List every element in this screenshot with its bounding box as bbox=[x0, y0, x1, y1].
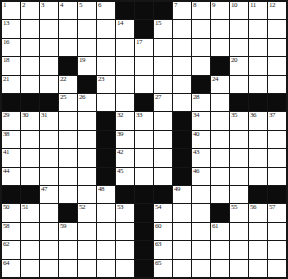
white-cell[interactable] bbox=[173, 94, 191, 111]
white-cell[interactable]: 13 bbox=[2, 20, 20, 37]
white-cell[interactable] bbox=[173, 39, 191, 56]
white-cell[interactable] bbox=[211, 112, 229, 129]
clue-number: 8 bbox=[193, 2, 196, 9]
white-cell[interactable] bbox=[21, 149, 39, 166]
white-cell[interactable] bbox=[192, 20, 210, 37]
black-cell bbox=[173, 149, 191, 166]
clue-number: 44 bbox=[3, 168, 9, 175]
white-cell[interactable]: 39 bbox=[116, 131, 134, 148]
white-cell[interactable]: 10 bbox=[230, 2, 248, 19]
white-cell[interactable] bbox=[59, 131, 77, 148]
white-cell[interactable] bbox=[116, 57, 134, 74]
white-cell[interactable] bbox=[249, 57, 267, 74]
black-cell bbox=[135, 20, 153, 37]
black-cell bbox=[135, 2, 153, 19]
clue-number: 34 bbox=[193, 112, 199, 119]
white-cell[interactable] bbox=[40, 131, 58, 148]
white-cell[interactable] bbox=[249, 168, 267, 185]
white-cell[interactable]: 38 bbox=[2, 131, 20, 148]
clue-number: 18 bbox=[3, 57, 9, 64]
black-cell bbox=[135, 223, 153, 240]
white-cell[interactable] bbox=[78, 131, 96, 148]
white-cell[interactable]: 37 bbox=[268, 112, 286, 129]
white-cell[interactable] bbox=[97, 39, 115, 56]
white-cell[interactable] bbox=[97, 204, 115, 221]
white-cell[interactable] bbox=[40, 39, 58, 56]
white-cell[interactable]: 50 bbox=[2, 204, 20, 221]
clue-number: 30 bbox=[22, 112, 28, 119]
white-cell[interactable]: 34 bbox=[192, 112, 210, 129]
white-cell[interactable]: 41 bbox=[2, 149, 20, 166]
clue-number: 42 bbox=[117, 149, 123, 156]
white-cell[interactable]: 44 bbox=[2, 168, 20, 185]
white-cell[interactable] bbox=[116, 260, 134, 277]
white-cell[interactable]: 53 bbox=[116, 204, 134, 221]
white-cell[interactable] bbox=[192, 186, 210, 203]
white-cell[interactable]: 8 bbox=[192, 2, 210, 19]
white-cell[interactable] bbox=[154, 168, 172, 185]
white-cell[interactable] bbox=[268, 168, 286, 185]
white-cell[interactable]: 45 bbox=[116, 168, 134, 185]
clue-number: 21 bbox=[3, 76, 9, 83]
white-cell[interactable] bbox=[230, 20, 248, 37]
clue-number: 6 bbox=[98, 2, 101, 9]
white-cell[interactable] bbox=[78, 168, 96, 185]
white-cell[interactable] bbox=[268, 39, 286, 56]
white-cell[interactable] bbox=[249, 131, 267, 148]
white-cell[interactable] bbox=[21, 241, 39, 258]
clue-number: 58 bbox=[3, 223, 9, 230]
black-cell bbox=[211, 57, 229, 74]
white-cell[interactable] bbox=[173, 204, 191, 221]
white-cell[interactable]: 58 bbox=[2, 223, 20, 240]
white-cell[interactable]: 9 bbox=[211, 2, 229, 19]
white-cell[interactable] bbox=[192, 57, 210, 74]
white-cell[interactable] bbox=[249, 39, 267, 56]
white-cell[interactable]: 23 bbox=[97, 76, 115, 93]
white-cell[interactable] bbox=[249, 20, 267, 37]
white-cell[interactable] bbox=[40, 223, 58, 240]
white-cell[interactable] bbox=[21, 131, 39, 148]
white-cell[interactable] bbox=[59, 39, 77, 56]
clue-number: 4 bbox=[60, 2, 63, 9]
white-cell[interactable] bbox=[40, 260, 58, 277]
white-cell[interactable]: 12 bbox=[268, 2, 286, 19]
white-cell[interactable] bbox=[135, 57, 153, 74]
white-cell[interactable] bbox=[154, 149, 172, 166]
clue-number: 40 bbox=[193, 131, 199, 138]
clue-number: 50 bbox=[3, 204, 9, 211]
white-cell[interactable] bbox=[40, 57, 58, 74]
clue-number: 56 bbox=[250, 204, 256, 211]
white-cell[interactable] bbox=[59, 149, 77, 166]
clue-number: 17 bbox=[136, 39, 142, 46]
white-cell[interactable] bbox=[268, 241, 286, 258]
clue-number: 7 bbox=[174, 2, 177, 9]
white-cell[interactable] bbox=[21, 76, 39, 93]
white-cell[interactable]: 19 bbox=[78, 57, 96, 74]
white-cell[interactable]: 61 bbox=[211, 223, 229, 240]
white-cell[interactable] bbox=[97, 20, 115, 37]
white-cell[interactable] bbox=[59, 241, 77, 258]
white-cell[interactable] bbox=[40, 204, 58, 221]
white-cell[interactable]: 30 bbox=[21, 112, 39, 129]
black-cell bbox=[97, 168, 115, 185]
black-cell bbox=[116, 2, 134, 19]
white-cell[interactable]: 40 bbox=[192, 131, 210, 148]
white-cell[interactable]: 46 bbox=[192, 168, 210, 185]
white-cell[interactable]: 17 bbox=[135, 39, 153, 56]
white-cell[interactable] bbox=[154, 112, 172, 129]
white-cell[interactable]: 20 bbox=[230, 57, 248, 74]
white-cell[interactable] bbox=[268, 76, 286, 93]
white-cell[interactable]: 33 bbox=[135, 112, 153, 129]
clue-number: 24 bbox=[212, 76, 218, 83]
black-cell bbox=[40, 94, 58, 111]
white-cell[interactable] bbox=[173, 20, 191, 37]
white-cell[interactable] bbox=[97, 241, 115, 258]
clue-number: 45 bbox=[117, 168, 123, 175]
white-cell[interactable]: 35 bbox=[230, 112, 248, 129]
white-cell[interactable]: 15 bbox=[154, 20, 172, 37]
white-cell[interactable] bbox=[268, 260, 286, 277]
white-cell[interactable] bbox=[268, 57, 286, 74]
white-cell[interactable] bbox=[116, 223, 134, 240]
black-cell bbox=[78, 76, 96, 93]
clue-number: 13 bbox=[3, 20, 9, 27]
white-cell[interactable] bbox=[40, 241, 58, 258]
white-cell[interactable] bbox=[230, 223, 248, 240]
clue-number: 20 bbox=[231, 57, 237, 64]
white-cell[interactable] bbox=[97, 223, 115, 240]
clue-number: 61 bbox=[212, 223, 218, 230]
white-cell[interactable] bbox=[78, 39, 96, 56]
clue-number: 39 bbox=[117, 131, 123, 138]
white-cell[interactable] bbox=[249, 241, 267, 258]
white-cell[interactable]: 7 bbox=[173, 2, 191, 19]
clue-number: 48 bbox=[98, 186, 104, 193]
white-cell[interactable] bbox=[154, 131, 172, 148]
white-cell[interactable] bbox=[211, 260, 229, 277]
white-cell[interactable] bbox=[78, 223, 96, 240]
clue-number: 2 bbox=[22, 2, 25, 9]
white-cell[interactable]: 63 bbox=[154, 241, 172, 258]
black-cell bbox=[116, 186, 134, 203]
white-cell[interactable]: 25 bbox=[59, 94, 77, 111]
white-cell[interactable]: 36 bbox=[249, 112, 267, 129]
white-cell[interactable]: 49 bbox=[173, 186, 191, 203]
white-cell[interactable] bbox=[135, 131, 153, 148]
clue-number: 26 bbox=[79, 94, 85, 101]
black-cell bbox=[249, 186, 267, 203]
white-cell[interactable]: 65 bbox=[154, 260, 172, 277]
white-cell[interactable]: 59 bbox=[59, 223, 77, 240]
white-cell[interactable] bbox=[116, 94, 134, 111]
black-cell bbox=[97, 149, 115, 166]
white-cell[interactable] bbox=[211, 186, 229, 203]
white-cell[interactable]: 62 bbox=[2, 241, 20, 258]
white-cell[interactable] bbox=[173, 57, 191, 74]
white-cell[interactable]: 26 bbox=[78, 94, 96, 111]
clue-number: 46 bbox=[193, 168, 199, 175]
white-cell[interactable] bbox=[230, 149, 248, 166]
white-cell[interactable] bbox=[59, 20, 77, 37]
clue-number: 59 bbox=[60, 223, 66, 230]
white-cell[interactable] bbox=[78, 260, 96, 277]
white-cell[interactable]: 47 bbox=[40, 186, 58, 203]
white-cell[interactable] bbox=[192, 223, 210, 240]
black-cell bbox=[21, 186, 39, 203]
white-cell[interactable]: 2 bbox=[21, 2, 39, 19]
white-cell[interactable] bbox=[21, 260, 39, 277]
white-cell[interactable]: 28 bbox=[192, 94, 210, 111]
clue-number: 52 bbox=[79, 204, 85, 211]
white-cell[interactable] bbox=[78, 20, 96, 37]
white-cell[interactable] bbox=[40, 76, 58, 93]
white-cell[interactable] bbox=[135, 149, 153, 166]
clue-number: 9 bbox=[212, 2, 215, 9]
clue-number: 32 bbox=[117, 112, 123, 119]
white-cell[interactable] bbox=[154, 76, 172, 93]
clue-number: 54 bbox=[155, 204, 161, 211]
white-cell[interactable] bbox=[249, 76, 267, 93]
clue-number: 16 bbox=[3, 39, 9, 46]
white-cell[interactable] bbox=[173, 241, 191, 258]
white-cell[interactable] bbox=[21, 57, 39, 74]
clue-number: 25 bbox=[60, 94, 66, 101]
white-cell[interactable] bbox=[211, 20, 229, 37]
white-cell[interactable] bbox=[135, 168, 153, 185]
white-cell[interactable] bbox=[268, 131, 286, 148]
white-cell[interactable] bbox=[97, 260, 115, 277]
black-cell bbox=[211, 204, 229, 221]
black-cell bbox=[173, 112, 191, 129]
white-cell[interactable]: 11 bbox=[249, 2, 267, 19]
black-cell bbox=[173, 168, 191, 185]
white-cell[interactable] bbox=[192, 260, 210, 277]
black-cell bbox=[154, 186, 172, 203]
white-cell[interactable] bbox=[59, 186, 77, 203]
clue-number: 51 bbox=[22, 204, 28, 211]
clue-number: 38 bbox=[3, 131, 9, 138]
white-cell[interactable]: 21 bbox=[2, 76, 20, 93]
black-cell bbox=[2, 94, 20, 111]
white-cell[interactable] bbox=[40, 168, 58, 185]
clue-number: 65 bbox=[155, 260, 161, 267]
white-cell[interactable] bbox=[268, 149, 286, 166]
clue-number: 35 bbox=[231, 112, 237, 119]
black-cell bbox=[154, 2, 172, 19]
clue-number: 5 bbox=[79, 2, 82, 9]
white-cell[interactable] bbox=[192, 39, 210, 56]
black-cell bbox=[59, 204, 77, 221]
clue-number: 10 bbox=[231, 2, 237, 9]
white-cell[interactable]: 5 bbox=[78, 2, 96, 19]
clue-number: 55 bbox=[231, 204, 237, 211]
white-cell[interactable] bbox=[249, 149, 267, 166]
white-cell[interactable]: 42 bbox=[116, 149, 134, 166]
white-cell[interactable]: 51 bbox=[21, 204, 39, 221]
white-cell[interactable]: 48 bbox=[97, 186, 115, 203]
white-cell[interactable] bbox=[230, 39, 248, 56]
white-cell[interactable]: 52 bbox=[78, 204, 96, 221]
white-cell[interactable]: 24 bbox=[211, 76, 229, 93]
white-cell[interactable] bbox=[211, 39, 229, 56]
white-cell[interactable] bbox=[249, 260, 267, 277]
white-cell[interactable] bbox=[211, 131, 229, 148]
black-cell bbox=[268, 94, 286, 111]
white-cell[interactable] bbox=[116, 39, 134, 56]
white-cell[interactable] bbox=[154, 57, 172, 74]
white-cell[interactable] bbox=[192, 204, 210, 221]
black-cell bbox=[192, 76, 210, 93]
black-cell bbox=[59, 57, 77, 74]
white-cell[interactable]: 22 bbox=[59, 76, 77, 93]
black-cell bbox=[135, 241, 153, 258]
white-cell[interactable] bbox=[59, 168, 77, 185]
white-cell[interactable]: 3 bbox=[40, 2, 58, 19]
clue-number: 57 bbox=[269, 204, 275, 211]
black-cell bbox=[135, 186, 153, 203]
clue-number: 64 bbox=[3, 260, 9, 267]
white-cell[interactable] bbox=[173, 76, 191, 93]
white-cell[interactable] bbox=[211, 241, 229, 258]
white-cell[interactable]: 43 bbox=[192, 149, 210, 166]
white-cell[interactable] bbox=[116, 76, 134, 93]
white-cell[interactable]: 64 bbox=[2, 260, 20, 277]
white-cell[interactable]: 60 bbox=[154, 223, 172, 240]
black-cell bbox=[249, 94, 267, 111]
clue-number: 49 bbox=[174, 186, 180, 193]
black-cell bbox=[97, 112, 115, 129]
white-cell[interactable]: 1 bbox=[2, 2, 20, 19]
white-cell[interactable]: 55 bbox=[230, 204, 248, 221]
white-cell[interactable] bbox=[173, 223, 191, 240]
white-cell[interactable] bbox=[230, 241, 248, 258]
white-cell[interactable] bbox=[97, 57, 115, 74]
white-cell[interactable]: 4 bbox=[59, 2, 77, 19]
white-cell[interactable] bbox=[230, 76, 248, 93]
white-cell[interactable] bbox=[230, 260, 248, 277]
white-cell[interactable]: 6 bbox=[97, 2, 115, 19]
clue-number: 47 bbox=[41, 186, 47, 193]
white-cell[interactable] bbox=[249, 223, 267, 240]
white-cell[interactable] bbox=[78, 112, 96, 129]
white-cell[interactable] bbox=[21, 168, 39, 185]
black-cell bbox=[21, 94, 39, 111]
white-cell[interactable] bbox=[59, 112, 77, 129]
clue-number: 33 bbox=[136, 112, 142, 119]
clue-number: 41 bbox=[3, 149, 9, 156]
white-cell[interactable] bbox=[211, 149, 229, 166]
white-cell[interactable] bbox=[116, 241, 134, 258]
white-cell[interactable] bbox=[97, 94, 115, 111]
white-cell[interactable] bbox=[192, 241, 210, 258]
clue-number: 53 bbox=[117, 204, 123, 211]
clue-number: 29 bbox=[3, 112, 9, 119]
white-cell[interactable] bbox=[21, 20, 39, 37]
white-cell[interactable] bbox=[40, 20, 58, 37]
clue-number: 36 bbox=[250, 112, 256, 119]
white-cell[interactable] bbox=[40, 149, 58, 166]
white-cell[interactable]: 57 bbox=[268, 204, 286, 221]
white-cell[interactable] bbox=[268, 20, 286, 37]
white-cell[interactable] bbox=[21, 39, 39, 56]
white-cell[interactable]: 18 bbox=[2, 57, 20, 74]
clue-number: 60 bbox=[155, 223, 161, 230]
black-cell bbox=[2, 186, 20, 203]
white-cell[interactable] bbox=[78, 241, 96, 258]
white-cell[interactable] bbox=[230, 131, 248, 148]
white-cell[interactable] bbox=[268, 223, 286, 240]
clue-number: 22 bbox=[60, 76, 66, 83]
white-cell[interactable]: 31 bbox=[40, 112, 58, 129]
clue-number: 11 bbox=[250, 2, 256, 9]
clue-number: 43 bbox=[193, 149, 199, 156]
clue-number: 31 bbox=[41, 112, 47, 119]
black-cell bbox=[173, 131, 191, 148]
white-cell[interactable] bbox=[135, 76, 153, 93]
white-cell[interactable] bbox=[173, 260, 191, 277]
clue-number: 27 bbox=[155, 94, 161, 101]
black-cell bbox=[268, 186, 286, 203]
white-cell[interactable] bbox=[230, 168, 248, 185]
white-cell[interactable]: 32 bbox=[116, 112, 134, 129]
black-cell bbox=[135, 204, 153, 221]
white-cell[interactable]: 29 bbox=[2, 112, 20, 129]
white-cell[interactable] bbox=[78, 149, 96, 166]
black-cell bbox=[135, 260, 153, 277]
clue-number: 19 bbox=[79, 57, 85, 64]
clue-number: 12 bbox=[269, 2, 275, 9]
black-cell bbox=[230, 94, 248, 111]
clue-number: 15 bbox=[155, 20, 161, 27]
white-cell[interactable] bbox=[154, 39, 172, 56]
white-cell[interactable]: 16 bbox=[2, 39, 20, 56]
clue-number: 3 bbox=[41, 2, 44, 9]
black-cell bbox=[135, 94, 153, 111]
white-cell[interactable] bbox=[59, 260, 77, 277]
clue-number: 37 bbox=[269, 112, 275, 119]
white-cell[interactable] bbox=[21, 223, 39, 240]
clue-number: 63 bbox=[155, 241, 161, 248]
white-cell[interactable]: 14 bbox=[116, 20, 134, 37]
clue-number: 1 bbox=[3, 2, 6, 9]
white-cell[interactable] bbox=[211, 168, 229, 185]
white-cell[interactable] bbox=[78, 186, 96, 203]
black-cell bbox=[97, 131, 115, 148]
clue-number: 28 bbox=[193, 94, 199, 101]
clue-number: 23 bbox=[98, 76, 104, 83]
clue-number: 62 bbox=[3, 241, 9, 248]
clue-number: 14 bbox=[117, 20, 123, 27]
white-cell[interactable]: 27 bbox=[154, 94, 172, 111]
crossword-grid: 1234567891011121314151617181920212223242… bbox=[0, 0, 288, 279]
white-cell[interactable] bbox=[230, 186, 248, 203]
white-cell[interactable] bbox=[211, 94, 229, 111]
white-cell[interactable]: 54 bbox=[154, 204, 172, 221]
white-cell[interactable]: 56 bbox=[249, 204, 267, 221]
